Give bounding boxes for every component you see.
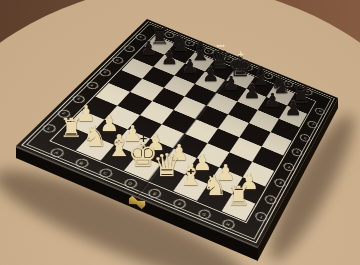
photo-scene: AA88BB77CC66DD55EE44FF33GG22HH11 ♜♞♝♛•••… xyxy=(0,0,360,265)
coordinate-label-F: F xyxy=(171,198,188,211)
coordinate-label-3: 3 xyxy=(273,177,287,188)
coordinate-label-4: 4 xyxy=(282,162,296,173)
coordinate-label-8: 8 xyxy=(314,107,326,116)
coordinate-label-E: E xyxy=(146,187,163,199)
coordinate-label-D: D xyxy=(122,177,139,189)
coordinate-label-4: 4 xyxy=(84,81,100,91)
coordinate-label-1: 1 xyxy=(254,211,269,223)
coordinate-label-2: 2 xyxy=(264,193,279,205)
queen-finial: ••• xyxy=(162,147,172,154)
piece-black-pawn-a7: ♟ xyxy=(140,39,157,58)
coordinate-label-H: H xyxy=(221,218,237,231)
coordinate-label-B: B xyxy=(73,157,91,169)
coordinate-label-A: A xyxy=(48,147,66,159)
queen-finial: ••• xyxy=(216,44,224,50)
coordinate-label-6: 6 xyxy=(110,56,125,65)
coordinate-label-6: 6 xyxy=(299,133,312,143)
piece-black-pawn-h7: ♟ xyxy=(285,99,302,119)
piece-black-pawn-f7: ♟ xyxy=(243,82,260,102)
coordinate-label-G: G xyxy=(196,208,212,221)
piece-white-knight-g1: ♞ xyxy=(202,173,227,201)
coordinate-label-7: 7 xyxy=(122,44,136,53)
piece-black-pawn-d7: ♟ xyxy=(202,65,219,84)
piece-black-pawn-g7: ♟ xyxy=(264,91,281,111)
piece-white-knight-b1: ♞ xyxy=(83,123,108,151)
coordinate-label-5: 5 xyxy=(291,147,304,158)
coordinate-label-7: 7 xyxy=(306,120,319,130)
coordinate-label-1: 1 xyxy=(40,123,58,134)
piece-white-rook-h1: ♜ xyxy=(227,184,251,211)
piece-black-pawn-b7: ♟ xyxy=(161,48,178,67)
coordinate-label-5: 5 xyxy=(98,68,113,78)
piece-black-pawn-e7: ♟ xyxy=(223,74,240,93)
piece-white-bishop-f1: ♝ xyxy=(177,161,204,192)
coordinate-label-C: C xyxy=(97,167,114,179)
piece-white-rook-a1: ♜ xyxy=(59,114,83,141)
piece-black-pawn-c7: ♟ xyxy=(181,56,198,75)
king-finial: + xyxy=(237,50,243,59)
king-finial: + xyxy=(139,134,146,144)
